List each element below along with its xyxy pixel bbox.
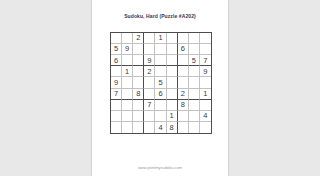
cell-r4c3: [133, 66, 144, 77]
cell-r6c4: [144, 89, 155, 100]
footer-url: www.printmysudoku.com: [92, 165, 228, 170]
cell-r5c3: [133, 77, 144, 88]
cell-r8c6: 1: [167, 111, 178, 122]
cell-r9c7: [178, 122, 189, 133]
cell-r1c4: [144, 33, 155, 44]
cell-r2c4: [144, 44, 155, 55]
cell-r7c8: [189, 100, 200, 111]
cell-r6c5: 6: [155, 89, 166, 100]
cell-r8c3: [133, 111, 144, 122]
cell-r7c4: 7: [144, 100, 155, 111]
cell-r5c6: [167, 77, 178, 88]
cell-r1c9: [200, 33, 211, 44]
cell-r8c4: [144, 111, 155, 122]
cell-r4c8: [189, 66, 200, 77]
cell-r1c8: [189, 33, 200, 44]
cell-r6c6: [167, 89, 178, 100]
cell-r3c2: [122, 55, 133, 66]
cell-r2c6: [167, 44, 178, 55]
cell-r4c9: 9: [200, 66, 211, 77]
cell-r7c9: [200, 100, 211, 111]
cell-r6c9: 1: [200, 89, 211, 100]
cell-r1c7: [178, 33, 189, 44]
sudoku-page: Sudoku, Hard (Puzzle #A202) 215966957129…: [92, 0, 228, 176]
cell-r6c7: 2: [178, 89, 189, 100]
cell-r7c3: [133, 100, 144, 111]
cell-r2c1: 5: [111, 44, 122, 55]
cell-r7c5: [155, 100, 166, 111]
cell-r6c2: [122, 89, 133, 100]
cell-r4c7: [178, 66, 189, 77]
cell-r8c8: [189, 111, 200, 122]
cell-r9c3: [133, 122, 144, 133]
cell-r5c5: 5: [155, 77, 166, 88]
cell-r8c7: [178, 111, 189, 122]
cell-r7c1: [111, 100, 122, 111]
cell-r3c7: [178, 55, 189, 66]
cell-r5c4: [144, 77, 155, 88]
cell-r6c8: [189, 89, 200, 100]
cell-r8c1: [111, 111, 122, 122]
cell-r9c6: 8: [167, 122, 178, 133]
cell-r3c3: [133, 55, 144, 66]
cell-r4c2: 1: [122, 66, 133, 77]
cell-r4c1: [111, 66, 122, 77]
cell-r9c1: [111, 122, 122, 133]
cell-r8c2: [122, 111, 133, 122]
cell-r8c9: 4: [200, 111, 211, 122]
cell-r5c8: [189, 77, 200, 88]
cell-r1c6: [167, 33, 178, 44]
cell-r6c1: 7: [111, 89, 122, 100]
cell-r5c2: [122, 77, 133, 88]
cell-r9c9: [200, 122, 211, 133]
cell-r5c7: [178, 77, 189, 88]
cell-r2c2: 9: [122, 44, 133, 55]
cell-r6c3: 8: [133, 89, 144, 100]
cell-r4c5: [155, 66, 166, 77]
cell-r3c9: 7: [200, 55, 211, 66]
sudoku-board: 2159669571299578621781448: [110, 32, 212, 134]
cell-r2c7: 6: [178, 44, 189, 55]
cell-r8c5: [155, 111, 166, 122]
cell-r3c6: [167, 55, 178, 66]
cell-r7c7: 8: [178, 100, 189, 111]
cell-r2c8: [189, 44, 200, 55]
cell-r1c3: 2: [133, 33, 144, 44]
cell-r4c4: 2: [144, 66, 155, 77]
cell-r1c2: [122, 33, 133, 44]
cell-r3c8: 5: [189, 55, 200, 66]
cell-r9c8: [189, 122, 200, 133]
cell-r5c1: 9: [111, 77, 122, 88]
cell-r9c2: [122, 122, 133, 133]
cell-r3c1: 6: [111, 55, 122, 66]
cell-r3c4: 9: [144, 55, 155, 66]
cell-r2c9: [200, 44, 211, 55]
puzzle-title: Sudoku, Hard (Puzzle #A202): [92, 13, 228, 19]
cell-r2c3: [133, 44, 144, 55]
cell-r3c5: [155, 55, 166, 66]
cell-r4c6: [167, 66, 178, 77]
cell-r2c5: [155, 44, 166, 55]
cell-r7c2: [122, 100, 133, 111]
cell-r1c5: 1: [155, 33, 166, 44]
cell-r7c6: [167, 100, 178, 111]
cell-r1c1: [111, 33, 122, 44]
cell-r9c4: [144, 122, 155, 133]
cell-r5c9: [200, 77, 211, 88]
cell-r9c5: 4: [155, 122, 166, 133]
